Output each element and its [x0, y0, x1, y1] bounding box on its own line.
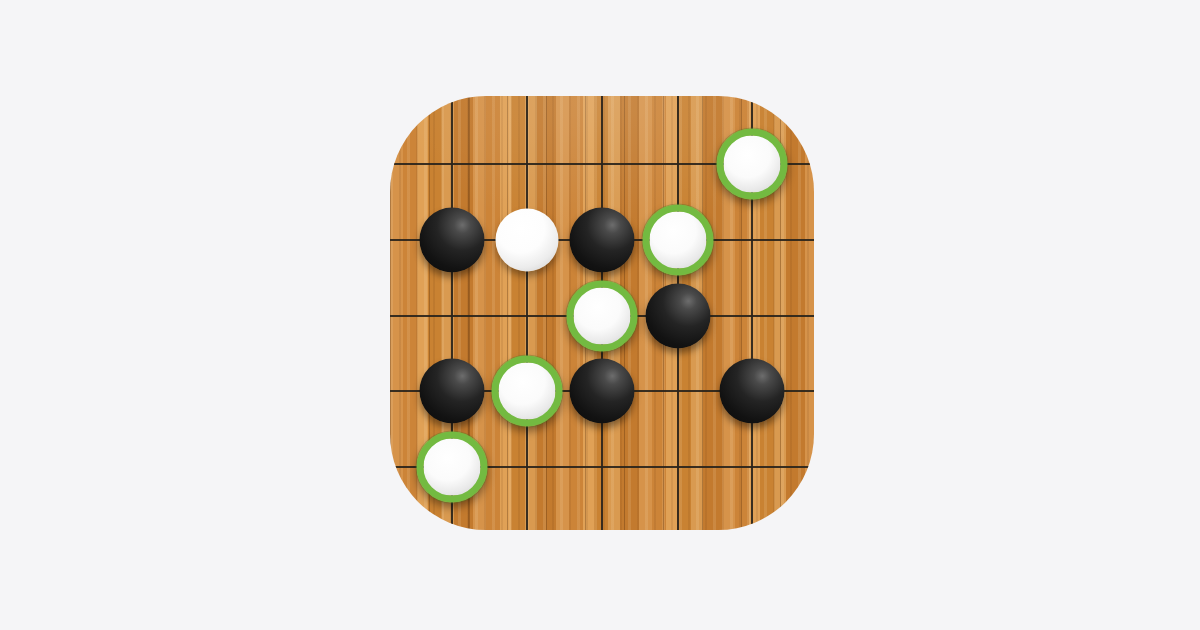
black-stone-c3r2 [646, 284, 711, 349]
page-background [0, 0, 1200, 630]
app-icon[interactable] [390, 96, 814, 530]
gomoku-board [390, 96, 814, 530]
black-stone-c0r1 [420, 208, 485, 273]
winning-white-stone-c4r0 [717, 129, 788, 200]
winning-white-stone-c3r1 [643, 205, 714, 276]
black-stone-c2r1 [570, 208, 635, 273]
winning-white-stone-c0r4 [417, 432, 488, 503]
black-stone-c4r3 [720, 359, 785, 424]
black-stone-c0r3 [420, 359, 485, 424]
black-stone-c2r3 [570, 359, 635, 424]
winning-white-stone-c2r2 [567, 281, 638, 352]
white-stone-c1r1 [496, 209, 559, 272]
winning-white-stone-c1r3 [492, 356, 563, 427]
grid-line-vertical-1 [526, 96, 528, 530]
